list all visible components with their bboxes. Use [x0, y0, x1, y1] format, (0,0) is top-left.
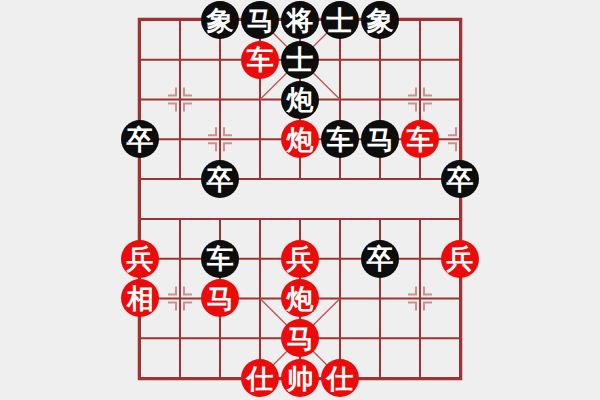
piece-red-cannon[interactable]: 炮 — [281, 279, 319, 317]
piece-red-pawn[interactable]: 兵 — [441, 240, 479, 278]
piece-black-advisor[interactable]: 士 — [281, 41, 319, 79]
piece-black-elephant[interactable]: 象 — [201, 1, 239, 39]
piece-black-pawn[interactable]: 卒 — [201, 160, 239, 198]
piece-red-advisor[interactable]: 仕 — [241, 359, 279, 397]
piece-black-general[interactable]: 将 — [281, 1, 319, 39]
piece-black-cannon[interactable]: 炮 — [281, 81, 319, 119]
piece-red-horse[interactable]: 马 — [281, 319, 319, 357]
piece-red-pawn[interactable]: 兵 — [281, 240, 319, 278]
piece-red-chariot[interactable]: 车 — [241, 41, 279, 79]
piece-red-general[interactable]: 帅 — [281, 359, 319, 397]
xiangqi-board[interactable]: 象马将士象车士炮卒炮车马车卒卒兵车兵卒兵相马炮马仕帅仕 — [0, 0, 600, 400]
piece-red-horse[interactable]: 马 — [201, 279, 239, 317]
piece-black-pawn[interactable]: 卒 — [441, 160, 479, 198]
piece-black-chariot[interactable]: 车 — [201, 240, 239, 278]
piece-black-pawn[interactable]: 卒 — [361, 240, 399, 278]
piece-black-advisor[interactable]: 士 — [321, 1, 359, 39]
piece-black-elephant[interactable]: 象 — [361, 1, 399, 39]
piece-black-chariot[interactable]: 车 — [321, 120, 359, 158]
piece-red-pawn[interactable]: 兵 — [121, 240, 159, 278]
screen: 象马将士象车士炮卒炮车马车卒卒兵车兵卒兵相马炮马仕帅仕 — [0, 0, 600, 400]
piece-red-chariot[interactable]: 车 — [401, 120, 439, 158]
piece-red-elephant[interactable]: 相 — [121, 279, 159, 317]
piece-red-cannon[interactable]: 炮 — [281, 120, 319, 158]
piece-red-advisor[interactable]: 仕 — [321, 359, 359, 397]
piece-black-horse[interactable]: 马 — [241, 1, 279, 39]
piece-black-horse[interactable]: 马 — [361, 120, 399, 158]
piece-black-pawn[interactable]: 卒 — [121, 120, 159, 158]
